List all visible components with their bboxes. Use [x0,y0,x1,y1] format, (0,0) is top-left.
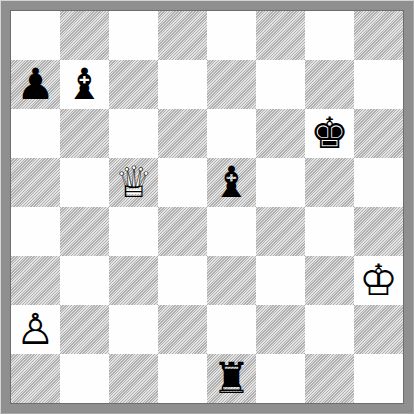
square-b5[interactable] [60,158,109,207]
square-e4[interactable] [207,207,256,256]
white-queen[interactable]: ♛♕ [109,158,158,207]
black-rook[interactable]: ♜ [207,354,256,403]
square-e8[interactable] [207,11,256,60]
square-f4[interactable] [256,207,305,256]
square-c2[interactable] [109,305,158,354]
square-f1[interactable] [256,354,305,403]
square-c1[interactable] [109,354,158,403]
square-e1[interactable]: ♜ [207,354,256,403]
white-king[interactable]: ♚♔ [354,256,403,305]
square-b1[interactable] [60,354,109,403]
square-a6[interactable] [11,109,60,158]
board-frame: ♟♝♚♛♕♝♚♔♟♙♜ [0,0,414,414]
white-pawn[interactable]: ♟♙ [11,305,60,354]
square-b4[interactable] [60,207,109,256]
white-pawn-outline: ♙ [11,305,60,354]
square-g7[interactable] [305,60,354,109]
square-a8[interactable] [11,11,60,60]
square-d6[interactable] [158,109,207,158]
square-b7[interactable]: ♝ [60,60,109,109]
square-a7[interactable]: ♟ [11,60,60,109]
square-h4[interactable] [354,207,403,256]
square-f2[interactable] [256,305,305,354]
black-bishop[interactable]: ♝ [207,158,256,207]
square-h3[interactable]: ♚♔ [354,256,403,305]
square-h8[interactable] [354,11,403,60]
square-a3[interactable] [11,256,60,305]
square-c3[interactable] [109,256,158,305]
square-c4[interactable] [109,207,158,256]
square-d2[interactable] [158,305,207,354]
square-d8[interactable] [158,11,207,60]
square-a1[interactable] [11,354,60,403]
square-b2[interactable] [60,305,109,354]
square-g3[interactable] [305,256,354,305]
square-c8[interactable] [109,11,158,60]
square-c5[interactable]: ♛♕ [109,158,158,207]
square-d7[interactable] [158,60,207,109]
square-e6[interactable] [207,109,256,158]
square-c7[interactable] [109,60,158,109]
square-f6[interactable] [256,109,305,158]
black-pawn[interactable]: ♟ [11,60,60,109]
square-a4[interactable] [11,207,60,256]
square-f7[interactable] [256,60,305,109]
square-e3[interactable] [207,256,256,305]
square-b3[interactable] [60,256,109,305]
square-e5[interactable]: ♝ [207,158,256,207]
square-g2[interactable] [305,305,354,354]
square-g4[interactable] [305,207,354,256]
square-d3[interactable] [158,256,207,305]
square-h5[interactable] [354,158,403,207]
square-g8[interactable] [305,11,354,60]
square-f5[interactable] [256,158,305,207]
square-h6[interactable] [354,109,403,158]
square-h2[interactable] [354,305,403,354]
square-d4[interactable] [158,207,207,256]
square-d1[interactable] [158,354,207,403]
white-queen-outline: ♕ [109,158,158,207]
square-e2[interactable] [207,305,256,354]
square-b8[interactable] [60,11,109,60]
chess-board: ♟♝♚♛♕♝♚♔♟♙♜ [11,11,403,403]
square-g5[interactable] [305,158,354,207]
square-g6[interactable]: ♚ [305,109,354,158]
square-d5[interactable] [158,158,207,207]
square-f8[interactable] [256,11,305,60]
square-a5[interactable] [11,158,60,207]
square-e7[interactable] [207,60,256,109]
square-g1[interactable] [305,354,354,403]
black-king[interactable]: ♚ [305,109,354,158]
square-a2[interactable]: ♟♙ [11,305,60,354]
white-king-outline: ♔ [354,256,403,305]
square-f3[interactable] [256,256,305,305]
square-b6[interactable] [60,109,109,158]
square-h7[interactable] [354,60,403,109]
square-h1[interactable] [354,354,403,403]
square-c6[interactable] [109,109,158,158]
black-bishop[interactable]: ♝ [60,60,109,109]
